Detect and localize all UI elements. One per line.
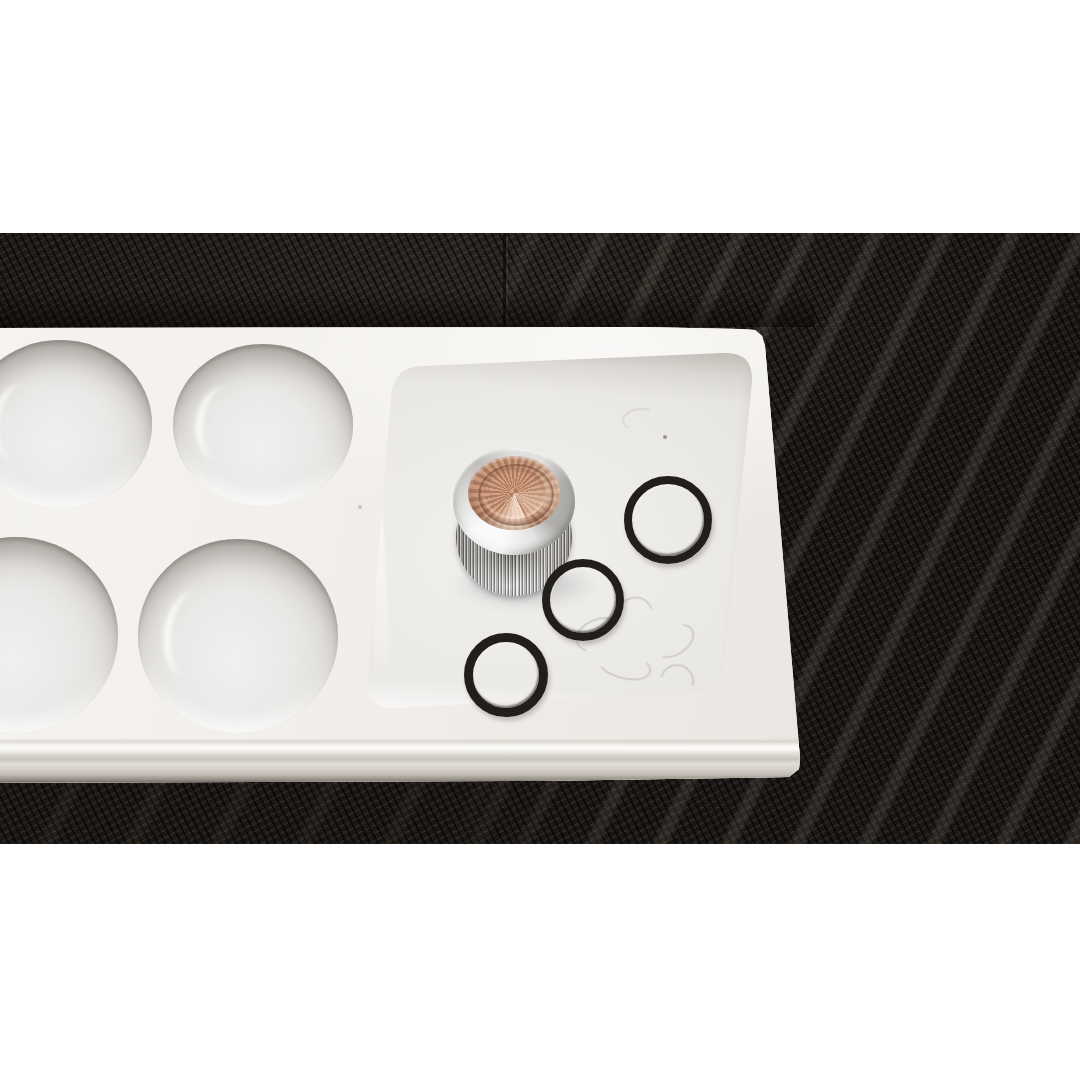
paint-well-bottom-right [138, 539, 338, 733]
o-ring-3 [464, 633, 548, 717]
tray-contact-shadow [0, 291, 815, 327]
dust-speck [663, 435, 667, 439]
paint-well-bottom-left [0, 537, 118, 733]
paint-palette-tray [0, 326, 862, 784]
knob-copper-sunburst-disc [482, 467, 546, 519]
o-ring-1 [624, 476, 712, 564]
water-mark [646, 617, 701, 666]
photo-area [0, 233, 1080, 844]
paint-well-top-right [173, 344, 353, 506]
water-mark [654, 658, 700, 704]
water-mark [620, 405, 657, 433]
dust-speck [358, 505, 362, 509]
letterboxed-photo-canvas [0, 0, 1080, 1080]
o-ring-2 [542, 559, 624, 641]
paint-well-top-left [0, 340, 152, 508]
water-streak-highlight [364, 466, 391, 687]
water-mark [593, 644, 654, 686]
tray-front-edge [0, 738, 862, 784]
